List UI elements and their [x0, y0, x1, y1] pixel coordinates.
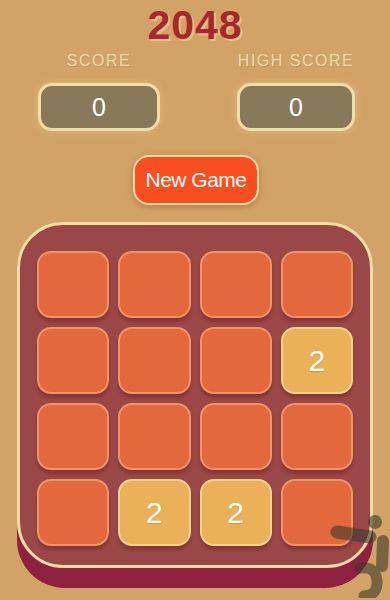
board-base: 222 [17, 222, 373, 588]
cell-empty [200, 251, 272, 318]
cell-empty [118, 251, 190, 318]
tile-grid: 222 [20, 225, 370, 546]
score-box: 0 [38, 83, 160, 131]
cell-empty [118, 403, 190, 470]
score-label: SCORE [38, 52, 160, 70]
cell-empty [281, 479, 353, 546]
tile-2: 2 [281, 327, 353, 394]
cell-empty [200, 327, 272, 394]
tile-2: 2 [118, 479, 190, 546]
tile-2: 2 [200, 479, 272, 546]
app-screen: 2048 SCORE HIGH SCORE 0 0 New Game 222 [0, 0, 390, 600]
high-score-label: HIGH SCORE [227, 52, 365, 70]
game-board[interactable]: 222 [17, 222, 373, 568]
new-game-button[interactable]: New Game [133, 155, 259, 205]
cell-empty [281, 251, 353, 318]
cell-empty [37, 327, 109, 394]
cell-empty [37, 403, 109, 470]
cell-empty [281, 403, 353, 470]
high-score-value: 0 [289, 93, 303, 122]
cell-empty [200, 403, 272, 470]
cell-empty [37, 251, 109, 318]
game-title: 2048 [0, 2, 390, 49]
high-score-box: 0 [237, 83, 355, 131]
cell-empty [37, 479, 109, 546]
cell-empty [118, 327, 190, 394]
score-value: 0 [92, 93, 106, 122]
